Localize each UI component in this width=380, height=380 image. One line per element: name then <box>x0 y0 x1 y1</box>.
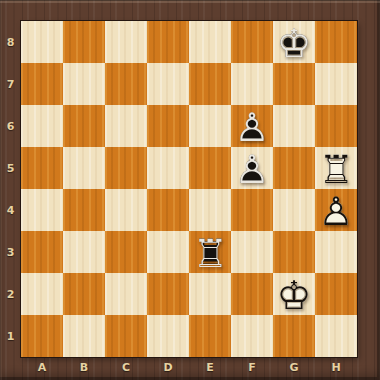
square-a7[interactable] <box>21 63 63 105</box>
white-rook-outline: ♖ <box>315 147 357 189</box>
file-label-h: H <box>315 357 357 380</box>
rank-label-6: 6 <box>0 105 21 147</box>
square-c1[interactable] <box>105 315 147 357</box>
rank-label-2: 2 <box>0 273 21 315</box>
square-d8[interactable] <box>147 21 189 63</box>
square-a2[interactable] <box>21 273 63 315</box>
rank-labels: 87654321 <box>0 21 21 357</box>
file-label-g: G <box>273 357 315 380</box>
square-a1[interactable] <box>21 315 63 357</box>
square-e3[interactable]: ♜♖ <box>189 231 231 273</box>
square-c5[interactable] <box>105 147 147 189</box>
square-d4[interactable] <box>147 189 189 231</box>
square-e4[interactable] <box>189 189 231 231</box>
black-pawn-outline: ♙ <box>231 105 273 147</box>
square-e1[interactable] <box>189 315 231 357</box>
black-pawn-outline: ♙ <box>231 147 273 189</box>
square-d2[interactable] <box>147 273 189 315</box>
board-frame: 87654321 ♚♔♟♙♟♙♜♖♟♙♜♖♚♔ ABCDEFGH <box>0 0 380 380</box>
file-label-a: A <box>21 357 63 380</box>
square-c4[interactable] <box>105 189 147 231</box>
white-king-outline: ♔ <box>273 273 315 315</box>
square-a5[interactable] <box>21 147 63 189</box>
square-f5[interactable]: ♟♙ <box>231 147 273 189</box>
square-b8[interactable] <box>63 21 105 63</box>
black-king-outline: ♔ <box>273 21 315 63</box>
square-h5[interactable]: ♜♖ <box>315 147 357 189</box>
square-g4[interactable] <box>273 189 315 231</box>
piece-black-pawn[interactable]: ♟♙ <box>231 105 273 147</box>
board: ♚♔♟♙♟♙♜♖♟♙♜♖♚♔ <box>21 21 357 357</box>
file-label-b: B <box>63 357 105 380</box>
square-g8[interactable]: ♚♔ <box>273 21 315 63</box>
square-h2[interactable] <box>315 273 357 315</box>
file-label-e: E <box>189 357 231 380</box>
square-d1[interactable] <box>147 315 189 357</box>
piece-white-pawn[interactable]: ♟♙ <box>315 189 357 231</box>
square-c6[interactable] <box>105 105 147 147</box>
square-h3[interactable] <box>315 231 357 273</box>
square-b3[interactable] <box>63 231 105 273</box>
white-pawn-outline: ♙ <box>315 189 357 231</box>
square-b4[interactable] <box>63 189 105 231</box>
square-e2[interactable] <box>189 273 231 315</box>
piece-black-rook[interactable]: ♜♖ <box>189 231 231 273</box>
square-c8[interactable] <box>105 21 147 63</box>
piece-black-pawn[interactable]: ♟♙ <box>231 147 273 189</box>
square-f1[interactable] <box>231 315 273 357</box>
square-h4[interactable]: ♟♙ <box>315 189 357 231</box>
square-c2[interactable] <box>105 273 147 315</box>
square-e5[interactable] <box>189 147 231 189</box>
square-f6[interactable]: ♟♙ <box>231 105 273 147</box>
square-f3[interactable] <box>231 231 273 273</box>
square-a4[interactable] <box>21 189 63 231</box>
square-a6[interactable] <box>21 105 63 147</box>
file-label-f: F <box>231 357 273 380</box>
square-e6[interactable] <box>189 105 231 147</box>
square-f7[interactable] <box>231 63 273 105</box>
rank-label-1: 1 <box>0 315 21 357</box>
square-b5[interactable] <box>63 147 105 189</box>
black-rook-outline: ♖ <box>189 231 231 273</box>
square-c3[interactable] <box>105 231 147 273</box>
square-b6[interactable] <box>63 105 105 147</box>
rank-label-7: 7 <box>0 63 21 105</box>
square-d3[interactable] <box>147 231 189 273</box>
square-b7[interactable] <box>63 63 105 105</box>
square-b1[interactable] <box>63 315 105 357</box>
piece-black-king[interactable]: ♚♔ <box>273 21 315 63</box>
square-h7[interactable] <box>315 63 357 105</box>
square-h6[interactable] <box>315 105 357 147</box>
square-e8[interactable] <box>189 21 231 63</box>
square-c7[interactable] <box>105 63 147 105</box>
square-h8[interactable] <box>315 21 357 63</box>
square-d5[interactable] <box>147 147 189 189</box>
square-a8[interactable] <box>21 21 63 63</box>
square-g5[interactable] <box>273 147 315 189</box>
rank-label-4: 4 <box>0 189 21 231</box>
rank-label-3: 3 <box>0 231 21 273</box>
square-g1[interactable] <box>273 315 315 357</box>
square-g3[interactable] <box>273 231 315 273</box>
file-labels: ABCDEFGH <box>21 357 357 380</box>
square-f2[interactable] <box>231 273 273 315</box>
piece-white-rook[interactable]: ♜♖ <box>315 147 357 189</box>
square-f8[interactable] <box>231 21 273 63</box>
square-a3[interactable] <box>21 231 63 273</box>
piece-white-king[interactable]: ♚♔ <box>273 273 315 315</box>
rank-label-5: 5 <box>0 147 21 189</box>
rank-label-8: 8 <box>0 21 21 63</box>
square-d7[interactable] <box>147 63 189 105</box>
square-b2[interactable] <box>63 273 105 315</box>
square-e7[interactable] <box>189 63 231 105</box>
square-g7[interactable] <box>273 63 315 105</box>
square-f4[interactable] <box>231 189 273 231</box>
square-d6[interactable] <box>147 105 189 147</box>
square-g2[interactable]: ♚♔ <box>273 273 315 315</box>
square-h1[interactable] <box>315 315 357 357</box>
file-label-d: D <box>147 357 189 380</box>
file-label-c: C <box>105 357 147 380</box>
square-g6[interactable] <box>273 105 315 147</box>
